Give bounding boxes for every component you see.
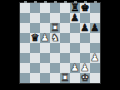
square-h5[interactable] (90, 33, 100, 43)
square-d3[interactable] (50, 53, 60, 63)
black-king-g8[interactable]: ♚ (81, 3, 90, 13)
square-d8[interactable] (50, 3, 60, 13)
square-e6[interactable] (60, 23, 70, 33)
square-f4[interactable] (70, 43, 80, 53)
square-h6[interactable]: ♟ (90, 23, 100, 33)
square-a1[interactable] (20, 73, 30, 83)
square-d4[interactable] (50, 43, 60, 53)
square-b8[interactable] (30, 3, 40, 13)
square-e3[interactable] (60, 53, 70, 63)
white-king-g1[interactable]: ♚ (81, 73, 90, 83)
square-e1[interactable]: ♜ (60, 73, 70, 83)
square-c8[interactable] (40, 3, 50, 13)
square-b1[interactable] (30, 73, 40, 83)
square-d5[interactable]: ♞ (50, 33, 60, 43)
white-pawn-h3[interactable]: ♟ (91, 53, 100, 63)
square-e8[interactable] (60, 3, 70, 13)
white-knight-d5[interactable]: ♞ (51, 33, 60, 43)
black-pawn-f7[interactable]: ♟ (71, 13, 80, 23)
square-g5[interactable] (80, 33, 90, 43)
square-g4[interactable] (80, 43, 90, 53)
black-pawn-g6[interactable]: ♟ (81, 23, 90, 33)
square-g8[interactable]: ♚ (80, 3, 90, 13)
square-g1[interactable]: ♚ (80, 73, 90, 83)
square-d2[interactable] (50, 63, 60, 73)
square-c4[interactable] (40, 43, 50, 53)
square-h2[interactable] (90, 63, 100, 73)
square-b3[interactable] (30, 53, 40, 63)
white-rook-e1[interactable]: ♜ (61, 73, 70, 83)
square-a4[interactable] (20, 43, 30, 53)
square-h8[interactable] (90, 3, 100, 13)
square-b5[interactable]: ♛ (30, 33, 40, 43)
white-pawn-f2[interactable]: ♟ (71, 63, 80, 73)
square-f5[interactable] (70, 33, 80, 43)
black-pawn-h6[interactable]: ♟ (91, 23, 100, 33)
square-a3[interactable] (20, 53, 30, 63)
square-c2[interactable] (40, 63, 50, 73)
square-c7[interactable] (40, 13, 50, 23)
square-d1[interactable] (50, 73, 60, 83)
white-pawn-c5[interactable]: ♟ (41, 33, 50, 43)
square-f2[interactable]: ♟ (70, 63, 80, 73)
square-f6[interactable] (70, 23, 80, 33)
square-e5[interactable] (60, 33, 70, 43)
black-queen-b5[interactable]: ♛ (31, 33, 40, 43)
square-c1[interactable] (40, 73, 50, 83)
square-a5[interactable] (20, 33, 30, 43)
square-e7[interactable] (60, 13, 70, 23)
square-b7[interactable] (30, 13, 40, 23)
square-a8[interactable] (20, 3, 30, 13)
square-a2[interactable] (20, 63, 30, 73)
video-letterbox-background: ♜♚♟♜♟♟♛♟♞♟♟♟♜♚ (0, 0, 120, 90)
square-h1[interactable] (90, 73, 100, 83)
square-b2[interactable] (30, 63, 40, 73)
square-f7[interactable]: ♟ (70, 13, 80, 23)
square-b4[interactable] (30, 43, 40, 53)
square-f1[interactable] (70, 73, 80, 83)
square-c5[interactable]: ♟ (40, 33, 50, 43)
square-h3[interactable]: ♟ (90, 53, 100, 63)
square-e4[interactable] (60, 43, 70, 53)
square-a6[interactable] (20, 23, 30, 33)
square-g6[interactable]: ♟ (80, 23, 90, 33)
square-c3[interactable] (40, 53, 50, 63)
chess-board[interactable]: ♜♚♟♜♟♟♛♟♞♟♟♟♜♚ (20, 3, 100, 83)
square-a7[interactable] (20, 13, 30, 23)
